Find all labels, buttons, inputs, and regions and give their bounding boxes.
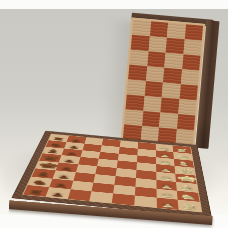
light-king: ♚: [175, 174, 196, 183]
board-square: ♟: [45, 187, 70, 199]
board-square: ♜: [178, 200, 201, 212]
board-square: ♟: [156, 198, 179, 210]
dark-pawn: ♟: [45, 192, 68, 198]
board-square: [112, 194, 135, 206]
light-pawn: ♟: [156, 202, 179, 209]
flat-chess-board: ♜♟♟♜♞♟♟♞♝♟♟♝♛♟♟♛♚♟♟♚♝♟♟♝♞♟♟♞♜♟♟♜: [11, 131, 212, 218]
dark-bishop: ♝: [32, 170, 55, 178]
flat-board-tilt-wrapper: ♜♟♟♜♞♟♟♞♝♟♟♝♛♟♟♛♚♟♟♚♝♟♟♝♞♟♟♞♜♟♟♜: [0, 0, 228, 228]
dark-rook: ♜: [23, 189, 47, 196]
light-rook: ♜: [178, 203, 201, 211]
board-square: [134, 196, 156, 208]
dark-king: ♚: [36, 161, 58, 169]
chess-set-photo: ♜♟♟♜♞♟♟♞♝♟♟♝♛♟♟♛♚♟♟♚♝♟♟♝♞♟♟♞♜♟♟♜: [0, 0, 228, 228]
board-square: [67, 189, 91, 201]
board-square: [90, 191, 114, 203]
